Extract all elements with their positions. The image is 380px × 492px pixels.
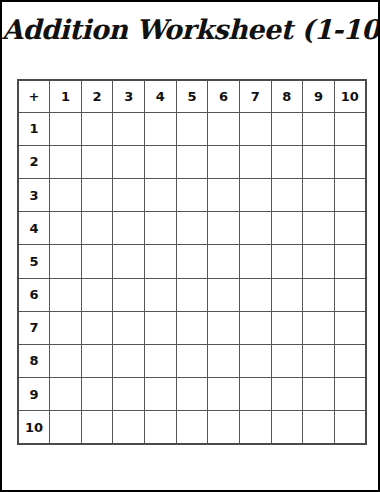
answer-cell-r4-c1 <box>50 212 82 245</box>
answer-cell-r1-c10 <box>334 112 366 145</box>
answer-cell-r3-c1 <box>50 179 82 212</box>
answer-cell-r10-c2 <box>81 411 113 444</box>
answer-cell-r10-c3 <box>113 411 145 444</box>
col-header-10: 10 <box>334 80 366 112</box>
answer-cell-r6-c6 <box>208 278 240 311</box>
answer-cell-r2-c8 <box>271 145 303 178</box>
answer-cell-r8-c3 <box>113 344 145 377</box>
table-row-5: 5 <box>18 245 366 278</box>
answer-cell-r1-c8 <box>271 112 303 145</box>
answer-cell-r4-c7 <box>239 212 271 245</box>
col-header-1: 1 <box>50 80 82 112</box>
answer-cell-r3-c2 <box>81 179 113 212</box>
answer-cell-r3-c8 <box>271 179 303 212</box>
answer-cell-r1-c1 <box>50 112 82 145</box>
answer-cell-r2-c10 <box>334 145 366 178</box>
table-row-10: 10 <box>18 411 366 444</box>
answer-cell-r4-c3 <box>113 212 145 245</box>
answer-cell-r8-c8 <box>271 344 303 377</box>
answer-cell-r10-c5 <box>176 411 208 444</box>
answer-cell-r7-c2 <box>81 311 113 344</box>
answer-cell-r8-c10 <box>334 344 366 377</box>
table-row-4: 4 <box>18 212 366 245</box>
row-header-6: 6 <box>18 278 50 311</box>
answer-cell-r6-c4 <box>145 278 177 311</box>
answer-cell-r3-c5 <box>176 179 208 212</box>
answer-cell-r1-c9 <box>303 112 335 145</box>
operator-cell: + <box>18 80 50 112</box>
answer-cell-r6-c7 <box>239 278 271 311</box>
header-row: +12345678910 <box>18 80 366 112</box>
answer-cell-r6-c8 <box>271 278 303 311</box>
col-header-9: 9 <box>303 80 335 112</box>
answer-cell-r6-c1 <box>50 278 82 311</box>
answer-cell-r1-c7 <box>239 112 271 145</box>
answer-cell-r10-c9 <box>303 411 335 444</box>
answer-cell-r4-c4 <box>145 212 177 245</box>
row-header-5: 5 <box>18 245 50 278</box>
row-header-3: 3 <box>18 179 50 212</box>
answer-cell-r1-c3 <box>113 112 145 145</box>
answer-cell-r9-c6 <box>208 378 240 411</box>
answer-cell-r7-c1 <box>50 311 82 344</box>
answer-cell-r9-c3 <box>113 378 145 411</box>
answer-cell-r5-c9 <box>303 245 335 278</box>
table-row-6: 6 <box>18 278 366 311</box>
answer-cell-r7-c5 <box>176 311 208 344</box>
answer-cell-r8-c9 <box>303 344 335 377</box>
answer-cell-r9-c5 <box>176 378 208 411</box>
answer-cell-r9-c9 <box>303 378 335 411</box>
addition-table-body: +1234567891012345678910 <box>18 80 366 444</box>
answer-cell-r3-c7 <box>239 179 271 212</box>
row-header-8: 8 <box>18 344 50 377</box>
answer-cell-r7-c8 <box>271 311 303 344</box>
answer-cell-r2-c3 <box>113 145 145 178</box>
answer-cell-r1-c4 <box>145 112 177 145</box>
col-header-8: 8 <box>271 80 303 112</box>
col-header-6: 6 <box>208 80 240 112</box>
table-row-2: 2 <box>18 145 366 178</box>
answer-cell-r6-c9 <box>303 278 335 311</box>
answer-cell-r8-c6 <box>208 344 240 377</box>
answer-cell-r7-c9 <box>303 311 335 344</box>
answer-cell-r5-c8 <box>271 245 303 278</box>
answer-cell-r4-c6 <box>208 212 240 245</box>
answer-cell-r10-c1 <box>50 411 82 444</box>
answer-cell-r7-c7 <box>239 311 271 344</box>
answer-cell-r4-c2 <box>81 212 113 245</box>
answer-cell-r6-c5 <box>176 278 208 311</box>
answer-cell-r9-c10 <box>334 378 366 411</box>
col-header-5: 5 <box>176 80 208 112</box>
answer-cell-r2-c5 <box>176 145 208 178</box>
answer-cell-r8-c1 <box>50 344 82 377</box>
worksheet-page: Addition Worksheet (1-10) +1234567891012… <box>0 0 380 492</box>
answer-cell-r10-c4 <box>145 411 177 444</box>
row-header-10: 10 <box>18 411 50 444</box>
answer-cell-r7-c6 <box>208 311 240 344</box>
answer-cell-r5-c4 <box>145 245 177 278</box>
answer-cell-r6-c10 <box>334 278 366 311</box>
answer-cell-r8-c4 <box>145 344 177 377</box>
answer-cell-r10-c8 <box>271 411 303 444</box>
table-row-7: 7 <box>18 311 366 344</box>
answer-cell-r10-c7 <box>239 411 271 444</box>
answer-cell-r1-c2 <box>81 112 113 145</box>
answer-cell-r9-c2 <box>81 378 113 411</box>
row-header-7: 7 <box>18 311 50 344</box>
answer-cell-r8-c2 <box>81 344 113 377</box>
worksheet-title: Addition Worksheet (1-10) <box>2 14 378 45</box>
row-header-2: 2 <box>18 145 50 178</box>
col-header-4: 4 <box>145 80 177 112</box>
answer-cell-r6-c3 <box>113 278 145 311</box>
answer-cell-r5-c1 <box>50 245 82 278</box>
answer-cell-r8-c7 <box>239 344 271 377</box>
table-row-3: 3 <box>18 179 366 212</box>
answer-cell-r3-c4 <box>145 179 177 212</box>
answer-cell-r2-c6 <box>208 145 240 178</box>
answer-cell-r5-c10 <box>334 245 366 278</box>
answer-cell-r5-c3 <box>113 245 145 278</box>
answer-cell-r2-c4 <box>145 145 177 178</box>
answer-cell-r9-c1 <box>50 378 82 411</box>
answer-cell-r4-c8 <box>271 212 303 245</box>
answer-cell-r4-c10 <box>334 212 366 245</box>
table-row-9: 9 <box>18 378 366 411</box>
row-header-1: 1 <box>18 112 50 145</box>
answer-cell-r5-c5 <box>176 245 208 278</box>
row-header-9: 9 <box>18 378 50 411</box>
answer-cell-r9-c7 <box>239 378 271 411</box>
col-header-2: 2 <box>81 80 113 112</box>
answer-cell-r7-c10 <box>334 311 366 344</box>
answer-cell-r2-c2 <box>81 145 113 178</box>
answer-cell-r3-c3 <box>113 179 145 212</box>
answer-cell-r3-c6 <box>208 179 240 212</box>
addition-table: +1234567891012345678910 <box>17 79 367 445</box>
col-header-7: 7 <box>239 80 271 112</box>
answer-cell-r1-c5 <box>176 112 208 145</box>
answer-cell-r2-c7 <box>239 145 271 178</box>
answer-cell-r3-c10 <box>334 179 366 212</box>
answer-cell-r10-c10 <box>334 411 366 444</box>
answer-cell-r9-c8 <box>271 378 303 411</box>
answer-cell-r7-c3 <box>113 311 145 344</box>
answer-cell-r6-c2 <box>81 278 113 311</box>
answer-cell-r3-c9 <box>303 179 335 212</box>
row-header-4: 4 <box>18 212 50 245</box>
table-row-1: 1 <box>18 112 366 145</box>
answer-cell-r4-c5 <box>176 212 208 245</box>
answer-cell-r1-c6 <box>208 112 240 145</box>
col-header-3: 3 <box>113 80 145 112</box>
answer-cell-r2-c9 <box>303 145 335 178</box>
answer-cell-r10-c6 <box>208 411 240 444</box>
answer-cell-r5-c7 <box>239 245 271 278</box>
answer-cell-r5-c2 <box>81 245 113 278</box>
answer-cell-r7-c4 <box>145 311 177 344</box>
answer-cell-r4-c9 <box>303 212 335 245</box>
answer-cell-r2-c1 <box>50 145 82 178</box>
table-row-8: 8 <box>18 344 366 377</box>
answer-cell-r8-c5 <box>176 344 208 377</box>
answer-cell-r5-c6 <box>208 245 240 278</box>
answer-cell-r9-c4 <box>145 378 177 411</box>
